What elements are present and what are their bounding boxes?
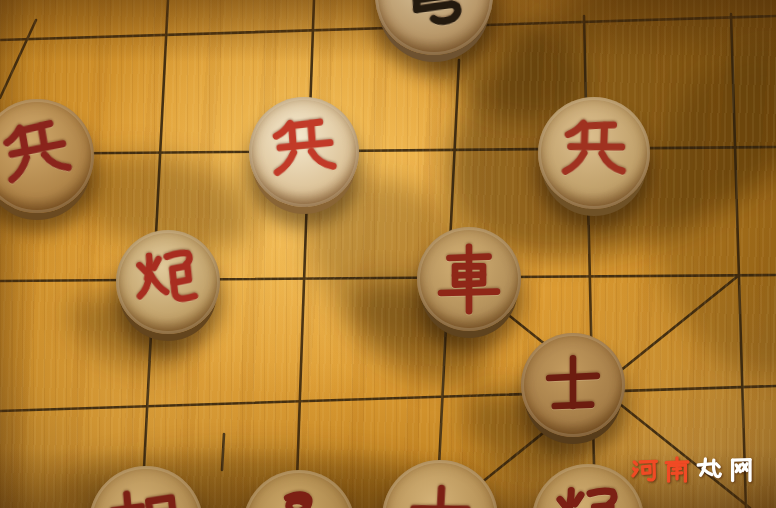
- watermark-char: [630, 456, 660, 486]
- watermark: [630, 456, 756, 486]
- piece-glyph-red-cannon-bottom: [551, 483, 626, 508]
- watermark-char: [662, 456, 692, 486]
- piece-red-advisor-bottom[interactable]: [382, 460, 498, 508]
- piece-red-cannon[interactable]: [116, 230, 220, 334]
- piece-black-horse-top[interactable]: [375, 0, 493, 55]
- watermark-char: [694, 456, 724, 486]
- piece-red-soldier-right[interactable]: [538, 97, 650, 209]
- piece-red-soldier-middle[interactable]: [249, 97, 359, 207]
- piece-red-soldier-left[interactable]: [0, 99, 94, 213]
- piece-red-chariot[interactable]: [417, 227, 521, 331]
- watermark-char: [726, 456, 756, 486]
- piece-red-cannon-bottom[interactable]: [532, 464, 644, 508]
- piece-glyph-red-chariot: [434, 244, 504, 314]
- lighting-vignette: [0, 0, 776, 508]
- piece-glyph-red-soldier-left: [0, 112, 81, 200]
- piece-red-minister-bottom[interactable]: [89, 466, 203, 508]
- piece-glyph-red-cannon: [130, 244, 207, 321]
- grid-lines: [0, 0, 776, 508]
- piece-red-advisor[interactable]: [521, 333, 625, 437]
- piece-glyph-red-minister-bottom: [105, 482, 187, 508]
- piece-glyph-red-advisor-bottom: [399, 477, 481, 508]
- piece-glyph-red-advisor: [538, 350, 608, 420]
- piece-glyph-red-horse-bottom: [262, 489, 337, 508]
- piece-glyph-red-soldier-middle: [265, 113, 344, 192]
- xiangqi-board-photo: [0, 0, 776, 508]
- wood-grain-texture: [0, 0, 776, 508]
- shadow-layer: [0, 0, 776, 508]
- piece-red-horse-bottom[interactable]: [243, 470, 355, 508]
- piece-glyph-black-horse-top: [391, 0, 478, 39]
- piece-glyph-red-soldier-right: [555, 114, 633, 192]
